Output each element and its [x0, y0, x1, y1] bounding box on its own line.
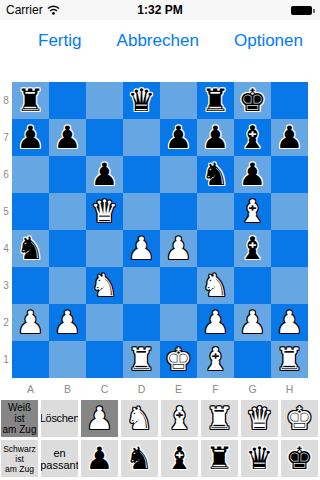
rank-label-7: 7	[0, 119, 12, 156]
square-d6[interactable]	[123, 156, 160, 193]
palette-cell-black-rook[interactable]: ♜	[201, 440, 238, 477]
black-pawn-piece: ♟	[197, 119, 234, 156]
battery-icon	[291, 6, 312, 15]
chess-board: ♜♛♜♚♟♟♟♟♝♟♟♞♟♛♝♞♟♟♝♞♞♟♟♟♟♟♜♚♝♜	[12, 82, 308, 378]
rank-label-8: 8	[0, 82, 12, 119]
white-pawn-piece: ♟	[160, 230, 197, 267]
palette-cell-black-knight[interactable]: ♞	[121, 440, 158, 477]
square-h1[interactable]: ♜	[271, 341, 308, 378]
square-f2[interactable]: ♟	[197, 304, 234, 341]
square-e7[interactable]: ♟	[160, 119, 197, 156]
palette-cell-white-rook[interactable]: ♜	[201, 400, 238, 437]
file-labels: ABCDEFGH	[12, 379, 308, 393]
square-a1[interactable]	[12, 341, 49, 378]
square-e3[interactable]	[160, 267, 197, 304]
rank-label-3: 3	[0, 267, 12, 304]
black-bishop-piece: ♝	[234, 230, 271, 267]
palette-cell-en-passant[interactable]: en passant	[41, 440, 78, 477]
square-c1[interactable]	[86, 341, 123, 378]
square-e2[interactable]	[160, 304, 197, 341]
white-bishop-piece: ♝	[234, 193, 271, 230]
file-label-g: G	[234, 383, 271, 395]
square-a8[interactable]: ♜	[12, 82, 49, 119]
white-knight-piece: ♞	[197, 267, 234, 304]
white-pawn-piece: ♟	[49, 304, 86, 341]
square-e4[interactable]: ♟	[160, 230, 197, 267]
square-h6[interactable]	[271, 156, 308, 193]
square-b7[interactable]: ♟	[49, 119, 86, 156]
black-pawn-piece: ♟	[160, 119, 197, 156]
file-label-h: H	[271, 383, 308, 395]
square-g4[interactable]: ♝	[234, 230, 271, 267]
square-b4[interactable]	[49, 230, 86, 267]
square-b3[interactable]	[49, 267, 86, 304]
square-c4[interactable]	[86, 230, 123, 267]
square-c7[interactable]	[86, 119, 123, 156]
square-d3[interactable]	[123, 267, 160, 304]
rank-label-4: 4	[0, 230, 12, 267]
file-label-b: B	[49, 383, 86, 395]
square-g2[interactable]: ♟	[234, 304, 271, 341]
white-queen-piece: ♛	[86, 193, 123, 230]
white-knight-piece: ♞	[121, 400, 158, 437]
palette-label-en-passant: en passant	[41, 447, 78, 471]
done-button[interactable]: Fertig	[38, 31, 81, 51]
rank-label-2: 2	[0, 304, 12, 341]
square-b8[interactable]	[49, 82, 86, 119]
black-knight-piece: ♞	[197, 156, 234, 193]
square-d8[interactable]: ♛	[123, 82, 160, 119]
square-h8[interactable]	[271, 82, 308, 119]
cancel-button[interactable]: Abbrechen	[117, 31, 199, 51]
rank-label-5: 5	[0, 193, 12, 230]
square-g7[interactable]: ♝	[234, 119, 271, 156]
status-bar: Carrier 1:32 PM	[0, 0, 320, 20]
white-pawn-piece: ♟	[12, 304, 49, 341]
square-f3[interactable]: ♞	[197, 267, 234, 304]
square-a2[interactable]: ♟	[12, 304, 49, 341]
black-pawn-piece: ♟	[12, 119, 49, 156]
white-bishop-piece: ♝	[161, 400, 198, 437]
file-label-c: C	[86, 383, 123, 395]
white-king-piece: ♚	[281, 400, 318, 437]
black-pawn-piece: ♟	[271, 119, 308, 156]
square-b5[interactable]	[49, 193, 86, 230]
black-rook-piece: ♜	[201, 440, 238, 477]
white-pawn-piece: ♟	[234, 304, 271, 341]
palette-label-black-to-move: Schwarz ist am Zug	[3, 444, 36, 474]
square-e6[interactable]	[160, 156, 197, 193]
white-rook-piece: ♜	[201, 400, 238, 437]
square-c5[interactable]: ♛	[86, 193, 123, 230]
palette-cell-white-pawn[interactable]: ♟	[81, 400, 118, 437]
square-d5[interactable]	[123, 193, 160, 230]
rank-labels: 87654321	[0, 82, 12, 378]
square-c3[interactable]: ♞	[86, 267, 123, 304]
square-b6[interactable]	[49, 156, 86, 193]
square-a6[interactable]	[12, 156, 49, 193]
square-g1[interactable]	[234, 341, 271, 378]
black-knight-piece: ♞	[121, 440, 158, 477]
palette-cell-white-bishop[interactable]: ♝	[161, 400, 198, 437]
black-rook-piece: ♜	[12, 82, 49, 119]
rank-label-1: 1	[0, 341, 12, 378]
square-a7[interactable]: ♟	[12, 119, 49, 156]
square-g5[interactable]: ♝	[234, 193, 271, 230]
white-rook-piece: ♜	[271, 341, 308, 378]
square-c2[interactable]	[86, 304, 123, 341]
square-d7[interactable]	[123, 119, 160, 156]
square-h2[interactable]: ♟	[271, 304, 308, 341]
square-g8[interactable]: ♚	[234, 82, 271, 119]
palette-cell-black-queen[interactable]: ♛	[241, 440, 278, 477]
square-a4[interactable]: ♞	[12, 230, 49, 267]
square-h3[interactable]	[271, 267, 308, 304]
square-f6[interactable]: ♞	[197, 156, 234, 193]
palette-cell-black-pawn[interactable]: ♟	[81, 440, 118, 477]
square-h5[interactable]	[271, 193, 308, 230]
black-bishop-piece: ♝	[234, 119, 271, 156]
palette-cell-white-to-move[interactable]: Weiß ist am Zug	[1, 400, 38, 437]
square-h7[interactable]: ♟	[271, 119, 308, 156]
palette-label-white-to-move: Weiß ist am Zug	[3, 402, 37, 435]
palette-cell-black-bishop[interactable]: ♝	[161, 440, 198, 477]
square-f8[interactable]: ♜	[197, 82, 234, 119]
white-pawn-piece: ♟	[197, 304, 234, 341]
black-rook-piece: ♜	[197, 82, 234, 119]
square-e1[interactable]: ♚	[160, 341, 197, 378]
square-f5[interactable]	[197, 193, 234, 230]
file-label-e: E	[160, 383, 197, 395]
black-queen-piece: ♛	[241, 440, 278, 477]
square-c8[interactable]	[86, 82, 123, 119]
white-king-piece: ♚	[160, 341, 197, 378]
black-queen-piece: ♛	[123, 82, 160, 119]
black-king-piece: ♚	[281, 440, 318, 477]
square-d1[interactable]: ♜	[123, 341, 160, 378]
black-knight-piece: ♞	[12, 230, 49, 267]
black-bishop-piece: ♝	[161, 440, 198, 477]
square-a5[interactable]	[12, 193, 49, 230]
square-f1[interactable]: ♝	[197, 341, 234, 378]
white-pawn-piece: ♟	[123, 230, 160, 267]
black-king-piece: ♚	[234, 82, 271, 119]
square-b1[interactable]	[49, 341, 86, 378]
time-label: 1:32 PM	[0, 3, 320, 17]
palette-cell-white-queen[interactable]: ♛	[241, 400, 278, 437]
file-label-a: A	[12, 383, 49, 395]
square-a3[interactable]	[12, 267, 49, 304]
white-queen-piece: ♛	[241, 400, 278, 437]
square-f4[interactable]	[197, 230, 234, 267]
square-e8[interactable]	[160, 82, 197, 119]
palette-cell-white-knight[interactable]: ♞	[121, 400, 158, 437]
square-c6[interactable]: ♟	[86, 156, 123, 193]
palette-cell-black-king[interactable]: ♚	[281, 440, 318, 477]
black-pawn-piece: ♟	[49, 119, 86, 156]
screen: Carrier 1:32 PM Fertig Abbrechen Optione…	[0, 0, 320, 480]
black-pawn-piece: ♟	[234, 156, 271, 193]
black-pawn-piece: ♟	[81, 440, 118, 477]
square-h4[interactable]	[271, 230, 308, 267]
white-rook-piece: ♜	[123, 341, 160, 378]
palette-cell-black-to-move[interactable]: Schwarz ist am Zug	[1, 440, 38, 477]
square-f7[interactable]: ♟	[197, 119, 234, 156]
white-knight-piece: ♞	[86, 267, 123, 304]
file-label-f: F	[197, 383, 234, 395]
file-label-d: D	[123, 383, 160, 395]
square-g3[interactable]	[234, 267, 271, 304]
white-pawn-piece: ♟	[81, 400, 118, 437]
square-b2[interactable]: ♟	[49, 304, 86, 341]
black-pawn-piece: ♟	[86, 156, 123, 193]
toolbar: Fertig Abbrechen Optionen	[0, 20, 320, 62]
palette-label-erase: Löschen	[41, 413, 78, 424]
piece-palette: Weiß ist am ZugLöschen♟♞♝♜♛♚Schwarz ist …	[1, 400, 318, 477]
palette-cell-erase[interactable]: Löschen	[41, 400, 78, 437]
square-d4[interactable]: ♟	[123, 230, 160, 267]
square-e5[interactable]	[160, 193, 197, 230]
white-pawn-piece: ♟	[271, 304, 308, 341]
rank-label-6: 6	[0, 156, 12, 193]
palette-cell-white-king[interactable]: ♚	[281, 400, 318, 437]
options-button[interactable]: Optionen	[234, 31, 303, 51]
white-bishop-piece: ♝	[197, 341, 234, 378]
square-g6[interactable]: ♟	[234, 156, 271, 193]
square-d2[interactable]	[123, 304, 160, 341]
